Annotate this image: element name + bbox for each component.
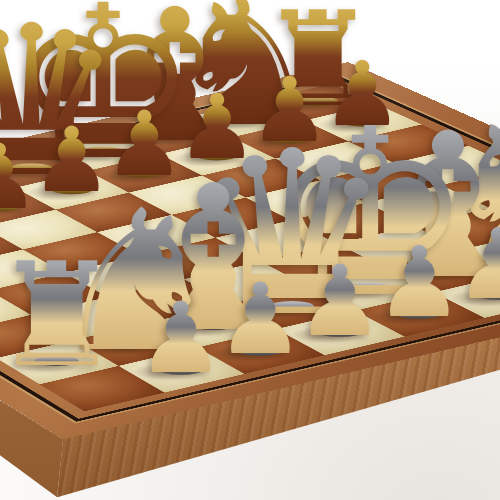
pieces-layer: ♜♞♝♚♛♝♞♟♟♟♟♟♟♟♜♞♝♚♛♝♞♜♟♟♟♟♟♟ (0, 0, 500, 500)
piece-white-pawn-e1[interactable]: ♟ (375, 234, 463, 332)
chess-set-photo: ♜♞♝♚♛♝♞♟♟♟♟♟♟♟♜♞♝♚♛♝♞♜♟♟♟♟♟♟ (0, 0, 500, 500)
piece-white-rook-a2[interactable]: ♜ (0, 244, 121, 388)
piece-black-pawn-c7[interactable]: ♟ (0, 134, 39, 224)
piece-white-pawn-d1[interactable]: ♟ (296, 253, 384, 351)
piece-white-pawn-b1[interactable]: ♟ (137, 290, 225, 388)
piece-white-pawn-c1[interactable]: ♟ (217, 271, 305, 369)
